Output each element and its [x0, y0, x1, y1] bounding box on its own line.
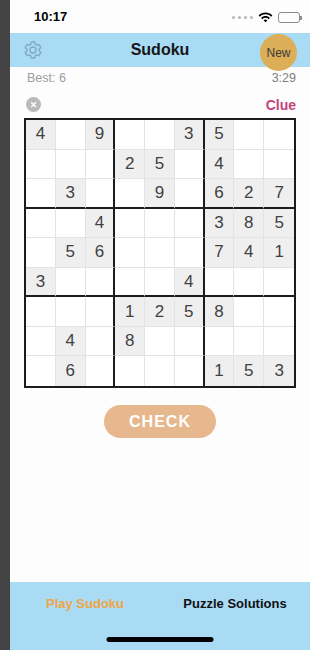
- sudoku-cell[interactable]: 6: [56, 356, 86, 386]
- status-bar: 10:17: [10, 0, 310, 33]
- sudoku-cell[interactable]: 8: [234, 209, 264, 239]
- sudoku-cell[interactable]: [175, 327, 205, 357]
- sudoku-cell[interactable]: 4: [86, 209, 116, 239]
- sudoku-cell[interactable]: 2: [145, 297, 175, 327]
- sudoku-cell[interactable]: 3: [264, 356, 294, 386]
- sudoku-cell[interactable]: 5: [145, 150, 175, 180]
- sudoku-cell[interactable]: [115, 238, 145, 268]
- sudoku-cell[interactable]: 2: [115, 150, 145, 180]
- tab-puzzle-solutions[interactable]: Puzzle Solutions: [160, 596, 310, 611]
- sudoku-cell[interactable]: 3: [175, 120, 205, 150]
- sudoku-board: 493525439627438556741341258486153: [24, 118, 296, 388]
- home-indicator[interactable]: [107, 637, 214, 642]
- close-icon: ✕: [30, 100, 38, 110]
- sudoku-cell[interactable]: 7: [205, 238, 235, 268]
- sudoku-cell[interactable]: 5: [264, 209, 294, 239]
- check-button[interactable]: CHECK: [104, 405, 216, 438]
- sudoku-cell[interactable]: [86, 327, 116, 357]
- sudoku-cell[interactable]: [26, 150, 56, 180]
- status-icons: [232, 11, 300, 23]
- tab-bar: Play Sudoku Puzzle Solutions: [10, 582, 310, 650]
- sudoku-cell[interactable]: [145, 327, 175, 357]
- sudoku-cell[interactable]: [264, 268, 294, 298]
- clue-button[interactable]: Clue: [266, 97, 296, 113]
- board-toolbar: ✕ Clue: [26, 97, 296, 114]
- sudoku-cell[interactable]: [264, 297, 294, 327]
- sudoku-cell[interactable]: [56, 268, 86, 298]
- sudoku-cell[interactable]: [175, 179, 205, 209]
- sudoku-cell[interactable]: 3: [26, 268, 56, 298]
- signal-dots-icon: [232, 16, 253, 19]
- sudoku-cell[interactable]: [234, 327, 264, 357]
- sudoku-cell[interactable]: [115, 356, 145, 386]
- sudoku-cell[interactable]: 6: [86, 238, 116, 268]
- sudoku-cell[interactable]: [145, 120, 175, 150]
- sudoku-cell[interactable]: [175, 150, 205, 180]
- sudoku-cell[interactable]: [234, 297, 264, 327]
- sudoku-cell[interactable]: [86, 150, 116, 180]
- sudoku-cell[interactable]: [26, 356, 56, 386]
- sudoku-cell[interactable]: [264, 327, 294, 357]
- sudoku-cell[interactable]: 4: [175, 268, 205, 298]
- sudoku-cell[interactable]: [264, 150, 294, 180]
- sudoku-cell[interactable]: 3: [205, 209, 235, 239]
- sudoku-cell[interactable]: [115, 120, 145, 150]
- sudoku-cell[interactable]: 4: [56, 327, 86, 357]
- sudoku-cell[interactable]: [175, 356, 205, 386]
- sudoku-cell[interactable]: [264, 120, 294, 150]
- sudoku-cell[interactable]: 7: [264, 179, 294, 209]
- sudoku-cell[interactable]: [205, 327, 235, 357]
- sudoku-cell[interactable]: 2: [234, 179, 264, 209]
- sudoku-cell[interactable]: [86, 297, 116, 327]
- timer: 3:29: [272, 71, 296, 85]
- sudoku-cell[interactable]: [115, 209, 145, 239]
- sudoku-cell[interactable]: 8: [115, 327, 145, 357]
- sudoku-cell[interactable]: [145, 209, 175, 239]
- sudoku-cell[interactable]: [234, 150, 264, 180]
- sudoku-cell[interactable]: 5: [205, 120, 235, 150]
- tab-play-sudoku[interactable]: Play Sudoku: [10, 596, 160, 611]
- info-bar: Best: 6 3:29: [27, 71, 296, 87]
- sudoku-cell[interactable]: 5: [175, 297, 205, 327]
- sudoku-cell[interactable]: [56, 209, 86, 239]
- sudoku-cell[interactable]: 6: [205, 179, 235, 209]
- sudoku-cell[interactable]: [86, 356, 116, 386]
- sudoku-cell[interactable]: 3: [56, 179, 86, 209]
- sudoku-cell[interactable]: [175, 238, 205, 268]
- battery-icon: [278, 12, 300, 23]
- sudoku-cell[interactable]: [26, 238, 56, 268]
- sudoku-cell[interactable]: 1: [115, 297, 145, 327]
- sudoku-cell[interactable]: [26, 327, 56, 357]
- status-time: 10:17: [34, 9, 67, 24]
- sudoku-cell[interactable]: [26, 297, 56, 327]
- sudoku-cell[interactable]: [86, 268, 116, 298]
- sudoku-cell[interactable]: [115, 268, 145, 298]
- sudoku-cell[interactable]: [86, 179, 116, 209]
- sudoku-cell[interactable]: [145, 356, 175, 386]
- wifi-icon: [258, 11, 273, 23]
- sudoku-cell[interactable]: 5: [234, 356, 264, 386]
- app-screen: 10:17 Sudoku New Best: 6 3:29 ✕: [10, 0, 310, 650]
- close-button[interactable]: ✕: [26, 97, 41, 112]
- sudoku-cell[interactable]: [56, 120, 86, 150]
- sudoku-cell[interactable]: [234, 120, 264, 150]
- sudoku-cell[interactable]: [234, 268, 264, 298]
- best-score: Best: 6: [27, 71, 66, 85]
- sudoku-cell[interactable]: 4: [205, 150, 235, 180]
- sudoku-cell[interactable]: 8: [205, 297, 235, 327]
- sudoku-cell[interactable]: 9: [86, 120, 116, 150]
- sudoku-cell[interactable]: 1: [264, 238, 294, 268]
- sudoku-cell[interactable]: [26, 179, 56, 209]
- sudoku-cell[interactable]: [145, 268, 175, 298]
- sudoku-cell[interactable]: [175, 209, 205, 239]
- sudoku-cell[interactable]: 9: [145, 179, 175, 209]
- sudoku-cell[interactable]: [115, 179, 145, 209]
- sudoku-cell[interactable]: 1: [205, 356, 235, 386]
- new-game-button[interactable]: New: [260, 34, 297, 71]
- sudoku-cell[interactable]: [26, 209, 56, 239]
- sudoku-cell[interactable]: 4: [234, 238, 264, 268]
- sudoku-cell[interactable]: [205, 268, 235, 298]
- sudoku-cell[interactable]: [56, 150, 86, 180]
- sudoku-cell[interactable]: 5: [56, 238, 86, 268]
- sudoku-cell[interactable]: 4: [26, 120, 56, 150]
- sudoku-cell[interactable]: [56, 297, 86, 327]
- sudoku-cell[interactable]: [145, 238, 175, 268]
